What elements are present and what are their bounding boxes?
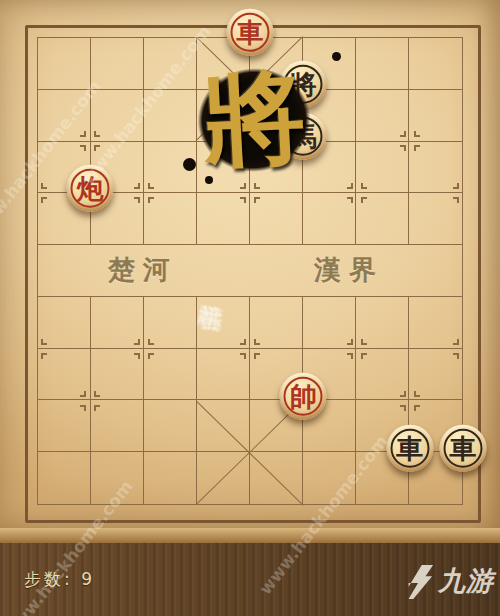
- position-marker: [79, 390, 101, 412]
- marker-corner: [347, 183, 353, 189]
- marker-corner: [254, 339, 260, 345]
- marker-corner: [361, 183, 367, 189]
- position-marker: [452, 182, 474, 204]
- piece-glyph: 車: [396, 435, 423, 462]
- piece-glyph: 帥: [290, 383, 317, 410]
- jiuyou-logo: 九游: [402, 563, 494, 599]
- marker-corner: [453, 339, 459, 345]
- board-cell[interactable]: [356, 38, 409, 90]
- marker-corner: [80, 131, 86, 137]
- marker-corner: [148, 353, 154, 359]
- piece-glyph: 車: [450, 435, 477, 462]
- ink-splash-dot: [205, 176, 213, 184]
- position-marker: [346, 182, 368, 204]
- piece-red-帥[interactable]: 帥: [280, 373, 327, 420]
- marker-corner: [240, 339, 246, 345]
- marker-corner: [41, 339, 47, 345]
- marker-corner: [94, 145, 100, 151]
- board-cell[interactable]: [38, 38, 91, 90]
- marker-corner: [148, 339, 154, 345]
- position-marker: [26, 182, 48, 204]
- piece-ring: 帥: [284, 377, 323, 416]
- position-marker: [399, 130, 421, 152]
- jiuyou-logo-icon: [402, 563, 434, 599]
- position-marker: [239, 338, 261, 360]
- piece-ring: 炮: [71, 169, 110, 208]
- marker-corner: [361, 353, 367, 359]
- board-cell[interactable]: [303, 452, 356, 504]
- piece-black-車[interactable]: 車: [386, 425, 433, 472]
- piece-glyph: 炮: [77, 175, 104, 202]
- check-announcement-text: 將: [199, 49, 308, 191]
- board-cell[interactable]: [144, 400, 197, 452]
- position-marker: [452, 338, 474, 360]
- marker-corner: [414, 405, 420, 411]
- board-cell[interactable]: [38, 452, 91, 504]
- marker-corner: [41, 197, 47, 203]
- board-cell[interactable]: [144, 452, 197, 504]
- position-marker: [133, 338, 155, 360]
- marker-corner: [134, 183, 140, 189]
- marker-corner: [94, 131, 100, 137]
- piece-red-車[interactable]: 車: [227, 9, 274, 56]
- step-counter-value: 9: [81, 569, 95, 589]
- ink-splash-dot: [332, 52, 341, 61]
- marker-corner: [400, 405, 406, 411]
- board-cell[interactable]: [409, 245, 462, 297]
- marker-corner: [361, 197, 367, 203]
- marker-corner: [361, 339, 367, 345]
- board-bevel-edge: [0, 528, 500, 543]
- marker-corner: [414, 145, 420, 151]
- board-cell[interactable]: [38, 245, 91, 297]
- marker-corner: [80, 145, 86, 151]
- marker-corner: [453, 197, 459, 203]
- board-cell[interactable]: [91, 38, 144, 90]
- river-label-chu: 楚河: [108, 252, 178, 288]
- piece-ring: 車: [231, 13, 270, 52]
- piece-ring: 車: [444, 429, 483, 468]
- marker-corner: [347, 197, 353, 203]
- board-cell[interactable]: [91, 452, 144, 504]
- marker-corner: [254, 197, 260, 203]
- position-marker: [133, 182, 155, 204]
- marker-corner: [80, 391, 86, 397]
- step-counter-label: 步数:: [24, 569, 73, 589]
- river-label-han: 漢界: [314, 252, 384, 288]
- marker-corner: [414, 131, 420, 137]
- marker-corner: [347, 353, 353, 359]
- marker-corner: [41, 183, 47, 189]
- marker-corner: [400, 131, 406, 137]
- marker-corner: [347, 339, 353, 345]
- marker-corner: [94, 391, 100, 397]
- marker-corner: [80, 405, 86, 411]
- marker-corner: [453, 183, 459, 189]
- piece-black-車[interactable]: 車: [440, 425, 487, 472]
- marker-corner: [41, 353, 47, 359]
- marker-corner: [400, 391, 406, 397]
- marker-corner: [134, 353, 140, 359]
- marker-corner: [148, 197, 154, 203]
- position-marker: [79, 130, 101, 152]
- marker-corner: [240, 197, 246, 203]
- marker-corner: [414, 391, 420, 397]
- marker-corner: [453, 353, 459, 359]
- position-marker: [26, 338, 48, 360]
- position-marker: [399, 390, 421, 412]
- piece-glyph: 車: [237, 19, 264, 46]
- piece-red-炮[interactable]: 炮: [67, 165, 114, 212]
- marker-corner: [148, 183, 154, 189]
- marker-corner: [400, 145, 406, 151]
- position-marker: [346, 338, 368, 360]
- board-cell[interactable]: [250, 245, 303, 297]
- piece-ring: 車: [390, 429, 429, 468]
- marker-corner: [254, 353, 260, 359]
- board-cell[interactable]: [197, 245, 250, 297]
- jiuyou-logo-text: 九游: [438, 563, 494, 599]
- marker-corner: [94, 405, 100, 411]
- game-screen: 楚河 漢界 車將馬炮帥車車 將 步数: 9 九游 www.hackhome.co…: [0, 0, 500, 616]
- board-cell[interactable]: [409, 38, 462, 90]
- ink-splash-dot: [183, 158, 196, 171]
- marker-corner: [240, 353, 246, 359]
- step-counter: 步数: 9: [24, 568, 95, 591]
- marker-corner: [134, 339, 140, 345]
- marker-corner: [134, 197, 140, 203]
